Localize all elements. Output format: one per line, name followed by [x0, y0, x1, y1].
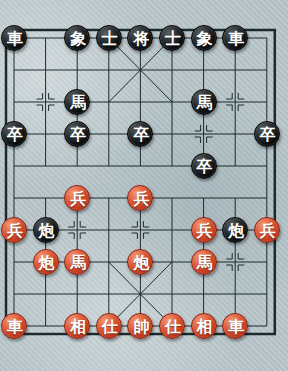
piece-black-cannon[interactable]: 炮: [33, 217, 59, 243]
black-elephant-glyph: 象: [65, 26, 91, 52]
red-soldier-glyph: 兵: [2, 218, 28, 244]
black-horse-glyph: 馬: [192, 90, 218, 116]
piece-black-soldier[interactable]: 卒: [191, 153, 217, 179]
black-soldier-glyph: 卒: [65, 122, 91, 148]
piece-red-cannon[interactable]: 炮: [33, 249, 59, 275]
piece-red-general[interactable]: 帥: [127, 313, 153, 339]
piece-red-soldier[interactable]: 兵: [191, 217, 217, 243]
black-soldier-glyph: 卒: [2, 122, 28, 148]
piece-red-advisor[interactable]: 仕: [96, 313, 122, 339]
black-soldier-glyph: 卒: [192, 154, 218, 180]
piece-red-soldier[interactable]: 兵: [127, 185, 153, 211]
piece-black-horse[interactable]: 馬: [64, 89, 90, 115]
piece-black-chariot[interactable]: 車: [1, 25, 27, 51]
red-horse-glyph: 馬: [192, 250, 218, 276]
black-soldier-glyph: 卒: [255, 122, 281, 148]
red-soldier-glyph: 兵: [128, 186, 154, 212]
piece-red-soldier[interactable]: 兵: [1, 217, 27, 243]
piece-red-advisor[interactable]: 仕: [159, 313, 185, 339]
red-advisor-glyph: 仕: [97, 314, 123, 340]
black-advisor-glyph: 士: [160, 26, 186, 52]
black-horse-glyph: 馬: [65, 90, 91, 116]
black-cannon-glyph: 炮: [34, 218, 60, 244]
black-chariot-glyph: 車: [2, 26, 28, 52]
piece-red-soldier[interactable]: 兵: [64, 185, 90, 211]
piece-black-advisor[interactable]: 士: [159, 25, 185, 51]
piece-black-general[interactable]: 将: [127, 25, 153, 51]
piece-black-advisor[interactable]: 士: [96, 25, 122, 51]
black-elephant-glyph: 象: [192, 26, 218, 52]
piece-black-horse[interactable]: 馬: [191, 89, 217, 115]
piece-black-cannon[interactable]: 炮: [222, 217, 248, 243]
black-general-glyph: 将: [128, 26, 154, 52]
piece-black-soldier[interactable]: 卒: [127, 121, 153, 147]
red-elephant-glyph: 相: [65, 314, 91, 340]
red-chariot-glyph: 車: [223, 314, 249, 340]
black-chariot-glyph: 車: [223, 26, 249, 52]
red-cannon-glyph: 炮: [34, 250, 60, 276]
piece-red-soldier[interactable]: 兵: [254, 217, 280, 243]
red-general-glyph: 帥: [128, 314, 154, 340]
red-horse-glyph: 馬: [65, 250, 91, 276]
piece-black-elephant[interactable]: 象: [191, 25, 217, 51]
piece-black-chariot[interactable]: 車: [222, 25, 248, 51]
black-soldier-glyph: 卒: [128, 122, 154, 148]
piece-red-elephant[interactable]: 相: [191, 313, 217, 339]
piece-red-horse[interactable]: 馬: [191, 249, 217, 275]
red-chariot-glyph: 車: [2, 314, 28, 340]
red-advisor-glyph: 仕: [160, 314, 186, 340]
piece-red-cannon[interactable]: 炮: [127, 249, 153, 275]
piece-red-chariot[interactable]: 車: [222, 313, 248, 339]
red-cannon-glyph: 炮: [128, 250, 154, 276]
red-soldier-glyph: 兵: [65, 186, 91, 212]
red-soldier-glyph: 兵: [192, 218, 218, 244]
piece-black-soldier[interactable]: 卒: [64, 121, 90, 147]
black-advisor-glyph: 士: [97, 26, 123, 52]
piece-black-elephant[interactable]: 象: [64, 25, 90, 51]
xiangqi-screenshot: 車象士将士象車馬馬卒卒卒卒卒炮炮兵兵兵兵兵炮馬炮馬車相仕帥仕相車: [0, 0, 288, 371]
piece-red-horse[interactable]: 馬: [64, 249, 90, 275]
piece-red-chariot[interactable]: 車: [1, 313, 27, 339]
red-soldier-glyph: 兵: [255, 218, 281, 244]
piece-black-soldier[interactable]: 卒: [1, 121, 27, 147]
red-elephant-glyph: 相: [192, 314, 218, 340]
black-cannon-glyph: 炮: [223, 218, 249, 244]
piece-red-elephant[interactable]: 相: [64, 313, 90, 339]
piece-black-soldier[interactable]: 卒: [254, 121, 280, 147]
